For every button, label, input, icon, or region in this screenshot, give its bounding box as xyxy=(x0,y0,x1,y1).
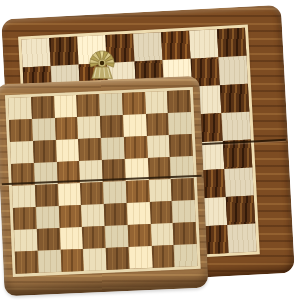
square xyxy=(12,185,36,208)
square xyxy=(101,137,125,160)
square xyxy=(104,203,128,226)
square xyxy=(37,228,61,251)
square xyxy=(127,202,151,225)
square xyxy=(223,140,252,169)
brass-clasp xyxy=(86,48,118,80)
square xyxy=(145,113,169,136)
square xyxy=(60,249,84,272)
square xyxy=(38,250,62,273)
square xyxy=(221,112,250,141)
square xyxy=(103,181,127,204)
square xyxy=(150,223,174,246)
square xyxy=(58,205,82,228)
square xyxy=(14,229,38,252)
square xyxy=(49,37,78,66)
square xyxy=(168,112,192,135)
square xyxy=(15,251,39,274)
square xyxy=(10,141,34,164)
square xyxy=(77,116,101,139)
square xyxy=(189,29,218,58)
square xyxy=(83,248,107,271)
square xyxy=(169,134,193,157)
square xyxy=(146,135,170,158)
square xyxy=(82,226,106,249)
square xyxy=(171,178,195,201)
square xyxy=(220,84,249,113)
square xyxy=(173,222,197,245)
square xyxy=(151,245,175,268)
square xyxy=(224,168,253,197)
square xyxy=(32,118,56,141)
clasp-rivet xyxy=(100,61,105,66)
square xyxy=(33,140,57,163)
square xyxy=(144,91,168,114)
square xyxy=(81,204,105,227)
square xyxy=(124,136,148,159)
square xyxy=(31,96,55,119)
square xyxy=(218,56,247,85)
square xyxy=(78,138,102,161)
square xyxy=(128,246,152,269)
square xyxy=(54,95,78,118)
square xyxy=(148,179,172,202)
square xyxy=(36,206,60,229)
square xyxy=(149,201,173,224)
square xyxy=(172,200,196,223)
square xyxy=(226,196,255,225)
square xyxy=(161,31,190,60)
square xyxy=(99,93,123,116)
square xyxy=(133,32,162,61)
square xyxy=(9,119,33,142)
square xyxy=(100,115,124,138)
square xyxy=(76,94,100,117)
square xyxy=(174,244,198,267)
square xyxy=(80,182,104,205)
square xyxy=(55,139,79,162)
square xyxy=(127,224,151,247)
square xyxy=(123,114,147,137)
chessboard-small xyxy=(0,76,209,297)
square xyxy=(54,117,78,140)
photo-scene xyxy=(0,0,300,300)
square xyxy=(57,183,81,206)
square xyxy=(227,223,256,252)
square xyxy=(122,92,146,115)
square xyxy=(59,227,83,250)
square xyxy=(217,28,246,57)
square xyxy=(35,184,59,207)
square xyxy=(167,90,191,113)
square xyxy=(106,247,130,270)
square xyxy=(105,225,129,248)
square xyxy=(13,207,37,230)
square xyxy=(126,180,150,203)
square xyxy=(8,97,32,120)
square xyxy=(21,38,50,67)
